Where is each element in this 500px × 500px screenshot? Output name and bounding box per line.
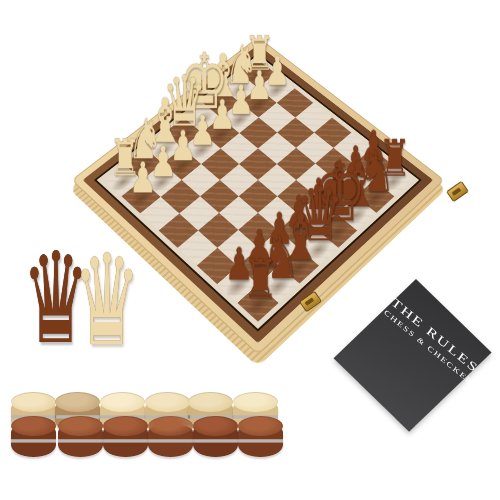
walnut-checkers-stack [58,416,103,457]
walnut-checkers-stack [193,416,238,457]
checker-top [238,416,283,436]
checker-top [58,416,103,436]
piece-glyph: ♜ [242,252,277,306]
board-scene: ♜♞♝♛♚♝♞♜♟♟♟♟♟♟♟♟♟♟♟♟♟♟♟♟♜♞♝♛♚♝♞♜ [126,48,390,312]
booklet-title: THE RULES OF CHESS & CHECKERS [383,295,478,381]
checker-top [103,416,148,436]
checker-top [148,416,193,436]
piece-glyph: ♟ [129,157,156,199]
checker-top [193,416,238,436]
booklet-title-main: THE RULES [389,295,481,375]
natural-queen-glyph: ♛ [73,238,141,364]
walnut-checkers-stack [11,416,56,457]
checker-top [100,392,145,412]
walnut-checkers-stack [148,416,193,457]
product-photo: ♜♞♝♛♚♝♞♜♟♟♟♟♟♟♟♟♟♟♟♟♟♟♟♟♜♞♝♛♚♝♞♜ ♛ ♛ THE… [0,0,500,500]
checker-top [188,392,233,412]
checker-top [11,416,56,436]
checker-top [233,392,278,412]
walnut-checkers-stack [238,416,283,457]
walnut-checkers-stack [103,416,148,457]
latch-keeper [305,297,315,305]
latch-keeper [452,187,462,195]
brass-latch-icon [446,181,469,203]
chess-board-grid: ♜♞♝♛♚♝♞♜♟♟♟♟♟♟♟♟♟♟♟♟♟♟♟♟♜♞♝♛♚♝♞♜ [104,60,412,322]
booklet-title-of: OF [479,372,495,388]
checker-top [145,392,190,412]
checker-top [55,392,100,412]
checker-top [11,392,56,412]
